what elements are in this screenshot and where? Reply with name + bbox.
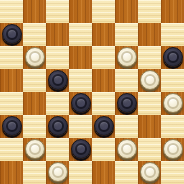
square-b4[interactable] bbox=[23, 92, 46, 115]
square-d4[interactable] bbox=[69, 92, 92, 115]
square-f3[interactable] bbox=[115, 115, 138, 138]
square-h2[interactable] bbox=[161, 138, 184, 161]
square-g8[interactable] bbox=[138, 0, 161, 23]
square-d6[interactable] bbox=[69, 46, 92, 69]
square-c2[interactable] bbox=[46, 138, 69, 161]
square-f1[interactable] bbox=[115, 161, 138, 184]
square-d5[interactable] bbox=[69, 69, 92, 92]
square-c8[interactable] bbox=[46, 0, 69, 23]
black-man-piece[interactable] bbox=[48, 70, 68, 90]
square-g5[interactable] bbox=[138, 69, 161, 92]
square-c3[interactable] bbox=[46, 115, 69, 138]
square-e6[interactable] bbox=[92, 46, 115, 69]
square-g7[interactable] bbox=[138, 23, 161, 46]
white-man-piece[interactable] bbox=[140, 70, 160, 90]
square-h3[interactable] bbox=[161, 115, 184, 138]
square-c7[interactable] bbox=[46, 23, 69, 46]
square-g4[interactable] bbox=[138, 92, 161, 115]
square-e5[interactable] bbox=[92, 69, 115, 92]
white-man-piece[interactable] bbox=[25, 47, 45, 67]
square-f5[interactable] bbox=[115, 69, 138, 92]
square-e2[interactable] bbox=[92, 138, 115, 161]
square-b1[interactable] bbox=[23, 161, 46, 184]
square-f7[interactable] bbox=[115, 23, 138, 46]
square-f8[interactable] bbox=[115, 0, 138, 23]
square-b6[interactable] bbox=[23, 46, 46, 69]
square-h5[interactable] bbox=[161, 69, 184, 92]
white-man-piece[interactable] bbox=[163, 93, 183, 113]
square-g6[interactable] bbox=[138, 46, 161, 69]
square-e7[interactable] bbox=[92, 23, 115, 46]
square-h6[interactable] bbox=[161, 46, 184, 69]
white-man-piece[interactable] bbox=[117, 139, 137, 159]
square-e1[interactable] bbox=[92, 161, 115, 184]
black-man-piece[interactable] bbox=[71, 139, 91, 159]
square-g1[interactable] bbox=[138, 161, 161, 184]
square-c4[interactable] bbox=[46, 92, 69, 115]
black-man-piece[interactable] bbox=[117, 93, 137, 113]
square-h4[interactable] bbox=[161, 92, 184, 115]
square-b7[interactable] bbox=[23, 23, 46, 46]
square-d7[interactable] bbox=[69, 23, 92, 46]
black-man-piece[interactable] bbox=[94, 116, 114, 136]
white-man-piece[interactable] bbox=[117, 47, 137, 67]
square-h7[interactable] bbox=[161, 23, 184, 46]
black-man-piece[interactable] bbox=[163, 47, 183, 67]
square-f2[interactable] bbox=[115, 138, 138, 161]
square-b8[interactable] bbox=[23, 0, 46, 23]
square-c5[interactable] bbox=[46, 69, 69, 92]
square-a4[interactable] bbox=[0, 92, 23, 115]
square-d1[interactable] bbox=[69, 161, 92, 184]
white-man-piece[interactable] bbox=[163, 139, 183, 159]
square-g2[interactable] bbox=[138, 138, 161, 161]
square-h1[interactable] bbox=[161, 161, 184, 184]
square-f6[interactable] bbox=[115, 46, 138, 69]
square-d3[interactable] bbox=[69, 115, 92, 138]
square-h8[interactable] bbox=[161, 0, 184, 23]
square-a1[interactable] bbox=[0, 161, 23, 184]
square-a8[interactable] bbox=[0, 0, 23, 23]
square-a3[interactable] bbox=[0, 115, 23, 138]
checkers-board bbox=[0, 0, 184, 184]
square-a7[interactable] bbox=[0, 23, 23, 46]
square-b2[interactable] bbox=[23, 138, 46, 161]
square-d8[interactable] bbox=[69, 0, 92, 23]
square-f4[interactable] bbox=[115, 92, 138, 115]
square-e8[interactable] bbox=[92, 0, 115, 23]
white-man-piece[interactable] bbox=[25, 139, 45, 159]
black-man-piece[interactable] bbox=[48, 116, 68, 136]
white-man-piece[interactable] bbox=[140, 162, 160, 182]
square-a6[interactable] bbox=[0, 46, 23, 69]
square-e3[interactable] bbox=[92, 115, 115, 138]
square-b5[interactable] bbox=[23, 69, 46, 92]
square-a5[interactable] bbox=[0, 69, 23, 92]
black-man-piece[interactable] bbox=[2, 116, 22, 136]
square-a2[interactable] bbox=[0, 138, 23, 161]
white-man-piece[interactable] bbox=[48, 162, 68, 182]
black-man-piece[interactable] bbox=[71, 93, 91, 113]
square-g3[interactable] bbox=[138, 115, 161, 138]
square-e4[interactable] bbox=[92, 92, 115, 115]
square-b3[interactable] bbox=[23, 115, 46, 138]
square-c1[interactable] bbox=[46, 161, 69, 184]
square-d2[interactable] bbox=[69, 138, 92, 161]
black-man-piece[interactable] bbox=[2, 24, 22, 44]
square-c6[interactable] bbox=[46, 46, 69, 69]
